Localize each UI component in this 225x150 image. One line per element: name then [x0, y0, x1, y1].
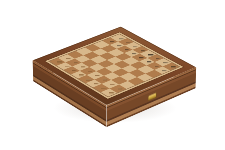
- chess-set-photo: ♜♞♝♛♚♝♞♜♟♟♟♟♟♟♟♟♟♟♟♟♟♟♟♟♜♞♝♛♚♝♞♜: [0, 0, 225, 150]
- brass-latch-icon: [148, 93, 156, 101]
